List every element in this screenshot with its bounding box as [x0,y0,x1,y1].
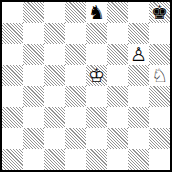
black-king-glyph: ♚ [149,2,170,23]
square-a8[interactable] [2,2,23,23]
square-e8[interactable]: ♞ [86,2,107,23]
chess-board: ♞♚♟♙♚♔♞♘ [0,0,172,172]
square-g4[interactable] [128,86,149,107]
square-d2[interactable] [65,128,86,149]
square-a2[interactable] [2,128,23,149]
square-g5[interactable] [128,65,149,86]
square-f7[interactable] [107,23,128,44]
white-knight: ♞♘ [149,65,170,86]
square-g7[interactable] [128,23,149,44]
square-h5[interactable]: ♞♘ [149,65,170,86]
square-h8[interactable]: ♚ [149,2,170,23]
square-f3[interactable] [107,107,128,128]
square-b6[interactable] [23,44,44,65]
square-g1[interactable] [128,149,149,170]
square-a6[interactable] [2,44,23,65]
square-f5[interactable] [107,65,128,86]
square-a4[interactable] [2,86,23,107]
white-pawn: ♟♙ [128,44,149,65]
square-c1[interactable] [44,149,65,170]
black-knight-glyph: ♞ [86,2,107,23]
square-f2[interactable] [107,128,128,149]
square-e5[interactable]: ♚♔ [86,65,107,86]
square-f4[interactable] [107,86,128,107]
square-a5[interactable] [2,65,23,86]
white-knight-glyph: ♘ [149,65,170,86]
square-d6[interactable] [65,44,86,65]
square-e2[interactable] [86,128,107,149]
square-c6[interactable] [44,44,65,65]
square-d3[interactable] [65,107,86,128]
white-king-glyph: ♔ [86,65,107,86]
square-d4[interactable] [65,86,86,107]
white-pawn-glyph: ♙ [128,44,149,65]
square-d8[interactable] [65,2,86,23]
square-g2[interactable] [128,128,149,149]
square-b3[interactable] [23,107,44,128]
square-c5[interactable] [44,65,65,86]
black-knight: ♞ [86,2,107,23]
square-h1[interactable] [149,149,170,170]
square-b7[interactable] [23,23,44,44]
black-king: ♚ [149,2,170,23]
square-e4[interactable] [86,86,107,107]
square-h7[interactable] [149,23,170,44]
square-d7[interactable] [65,23,86,44]
square-e1[interactable] [86,149,107,170]
square-f6[interactable] [107,44,128,65]
square-h2[interactable] [149,128,170,149]
square-e7[interactable] [86,23,107,44]
square-f8[interactable] [107,2,128,23]
square-h4[interactable] [149,86,170,107]
square-b4[interactable] [23,86,44,107]
square-c8[interactable] [44,2,65,23]
square-b1[interactable] [23,149,44,170]
square-e3[interactable] [86,107,107,128]
square-g6[interactable]: ♟♙ [128,44,149,65]
square-a3[interactable] [2,107,23,128]
square-a7[interactable] [2,23,23,44]
square-g3[interactable] [128,107,149,128]
square-e6[interactable] [86,44,107,65]
square-c3[interactable] [44,107,65,128]
square-f1[interactable] [107,149,128,170]
square-c7[interactable] [44,23,65,44]
square-b5[interactable] [23,65,44,86]
square-c2[interactable] [44,128,65,149]
square-d5[interactable] [65,65,86,86]
square-d1[interactable] [65,149,86,170]
white-king: ♚♔ [86,65,107,86]
square-c4[interactable] [44,86,65,107]
square-h6[interactable] [149,44,170,65]
square-g8[interactable] [128,2,149,23]
square-h3[interactable] [149,107,170,128]
square-b8[interactable] [23,2,44,23]
square-a1[interactable] [2,149,23,170]
square-b2[interactable] [23,128,44,149]
